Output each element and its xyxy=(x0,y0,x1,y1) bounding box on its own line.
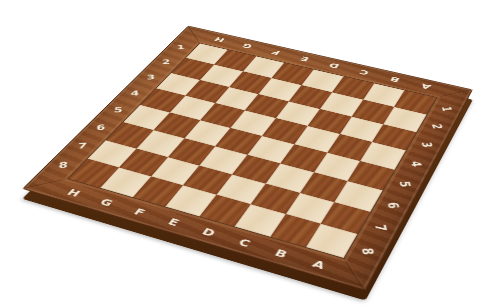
chessboard-product-photo: HGFEDCBA HGFEDCBA 12345678 12345678 xyxy=(0,0,500,306)
chess-board: HGFEDCBA HGFEDCBA 12345678 12345678 xyxy=(22,26,473,291)
